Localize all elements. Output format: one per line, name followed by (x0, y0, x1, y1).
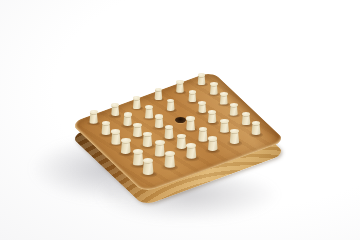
peg-cap (208, 110, 216, 114)
peg-cap (198, 101, 206, 105)
peg-cap (124, 112, 132, 116)
empty-hole[interactable] (175, 117, 186, 123)
peg-cap (220, 92, 227, 96)
peg-cap (208, 136, 217, 141)
peg-cap (102, 121, 111, 125)
peg-cap (252, 121, 261, 125)
photo-scene (0, 0, 360, 240)
peg-cap (133, 123, 142, 128)
pegs-layer (0, 0, 360, 240)
peg-cap (186, 143, 196, 148)
peg-cap (189, 90, 196, 94)
peg-cap (186, 116, 194, 120)
peg-cap (165, 151, 175, 156)
peg-cap (133, 149, 143, 154)
peg-cap (210, 82, 217, 86)
peg-cap (198, 73, 205, 77)
peg-cap (242, 112, 250, 116)
peg-cap (230, 103, 238, 107)
peg-cap (220, 119, 228, 123)
peg-cap (143, 132, 152, 137)
peg-cap (155, 114, 163, 118)
peg-cap (143, 158, 153, 163)
peg-cap (176, 80, 183, 84)
